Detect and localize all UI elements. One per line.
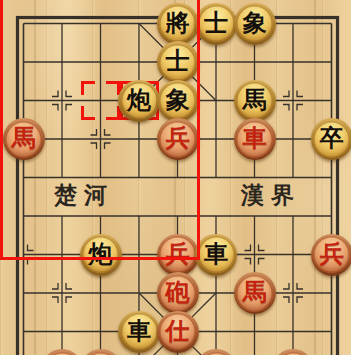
piece-black-soldier[interactable]: 卒: [311, 118, 351, 160]
piece-face: 馬: [236, 82, 273, 119]
piece-red-horse[interactable]: 馬: [3, 118, 45, 160]
piece-glyph: 炮: [89, 242, 113, 266]
piece-face: 士: [198, 5, 235, 42]
piece-glyph: 將: [166, 11, 190, 35]
piece-black-general[interactable]: 將: [157, 3, 199, 45]
bracket-corner: [106, 106, 120, 120]
piece-glyph: 車: [204, 242, 228, 266]
piece-glyph: 士: [166, 49, 190, 73]
piece-face: 馬: [236, 275, 273, 312]
piece-red-chariot[interactable]: 車: [234, 118, 276, 160]
piece-glyph: 士: [204, 11, 228, 35]
piece-face: 車: [121, 313, 158, 350]
piece-face: 象: [236, 5, 273, 42]
piece-glyph: 兵: [320, 242, 344, 266]
piece-face: 仕: [159, 313, 196, 350]
piece-face: 兵: [313, 236, 350, 273]
piece-glyph: 馬: [243, 280, 267, 304]
piece-glyph: 兵: [166, 242, 190, 266]
piece-face: 炮: [82, 236, 119, 273]
piece-glyph: 車: [243, 126, 267, 150]
river-label-left: 楚河: [54, 180, 114, 211]
piece-face: 砲: [159, 275, 196, 312]
piece-glyph: 兵: [166, 126, 190, 150]
river-label-right: 漢界: [241, 180, 301, 211]
piece-face: 兵: [159, 236, 196, 273]
bracket-corner: [106, 81, 120, 95]
xiangqi-board[interactable]: 楚河 漢界 將士象士炮象馬馬兵車卒炮兵車兵砲馬車仕: [0, 0, 351, 355]
piece-black-chariot[interactable]: 車: [195, 234, 237, 276]
piece-black-horse[interactable]: 馬: [234, 80, 276, 122]
piece-glyph: 仕: [166, 319, 190, 343]
piece-black-cannon[interactable]: 炮: [80, 234, 122, 276]
piece-glyph: 卒: [320, 126, 344, 150]
piece-glyph: 砲: [166, 280, 190, 304]
piece-red-horse[interactable]: 馬: [234, 272, 276, 314]
piece-glyph: 象: [243, 11, 267, 35]
piece-glyph: 象: [166, 88, 190, 112]
piece-glyph: 炮: [127, 88, 151, 112]
piece-black-advisor[interactable]: 士: [195, 3, 237, 45]
piece-black-advisor[interactable]: 士: [157, 41, 199, 83]
piece-black-chariot[interactable]: 車: [118, 311, 160, 353]
bracket-corner: [81, 106, 95, 120]
piece-red-soldier[interactable]: 兵: [157, 234, 199, 276]
piece-glyph: 車: [127, 319, 151, 343]
piece-face: 兵: [159, 121, 196, 158]
piece-face: 士: [159, 44, 196, 81]
piece-red-cannon[interactable]: 砲: [157, 272, 199, 314]
piece-face: 象: [159, 82, 196, 119]
piece-face: 卒: [313, 121, 350, 158]
piece-face: 將: [159, 5, 196, 42]
piece-glyph: 馬: [12, 126, 36, 150]
piece-face: 炮: [121, 82, 158, 119]
piece-face: 馬: [5, 121, 42, 158]
bracket-corner: [81, 81, 95, 95]
piece-red-soldier[interactable]: 兵: [157, 118, 199, 160]
piece-red-soldier[interactable]: 兵: [311, 234, 351, 276]
piece-black-elephant[interactable]: 象: [234, 3, 276, 45]
piece-face: 車: [198, 236, 235, 273]
piece-black-cannon[interactable]: 炮: [118, 80, 160, 122]
piece-glyph: 馬: [243, 88, 267, 112]
piece-face: 車: [236, 121, 273, 158]
piece-red-advisor[interactable]: 仕: [157, 311, 199, 353]
move-source-mark: [81, 81, 120, 120]
piece-black-elephant[interactable]: 象: [157, 80, 199, 122]
